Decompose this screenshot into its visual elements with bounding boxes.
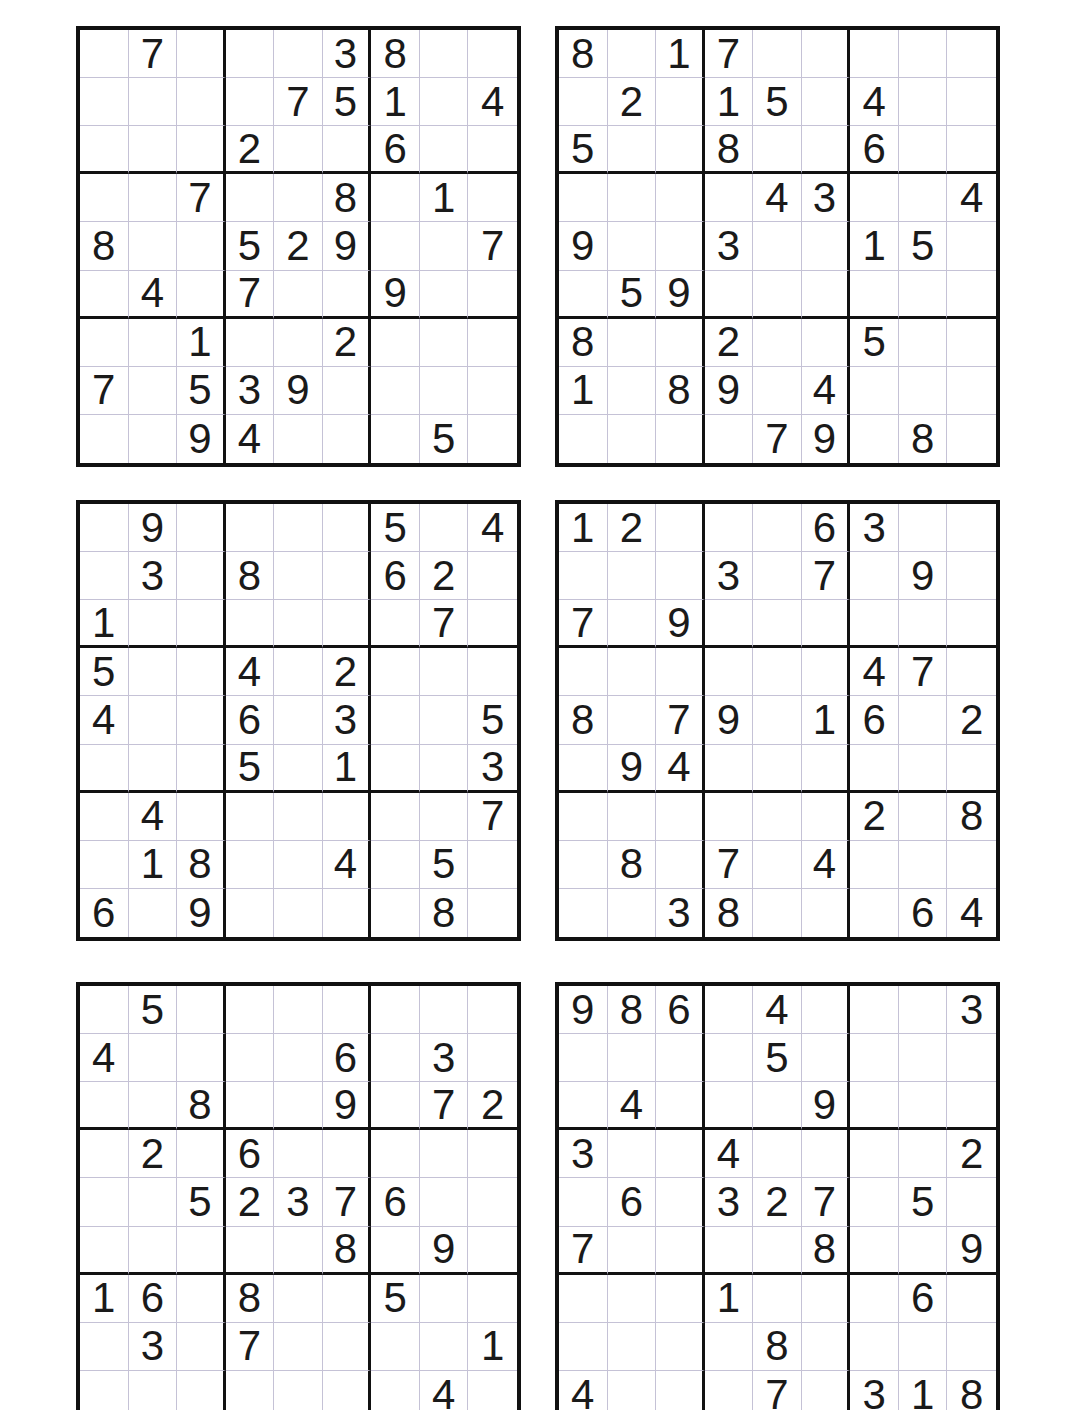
sudoku-cell-r8c6	[323, 367, 372, 415]
sudoku-cell-r2c6	[323, 552, 372, 600]
sudoku-cell-r2c7: 1	[371, 78, 420, 126]
sudoku-cell-r1c5	[274, 30, 323, 78]
sudoku-cell-r5c1: 4	[80, 696, 129, 744]
sudoku-cell-r2c7	[850, 1034, 899, 1082]
sudoku-cell-r5c9: 7	[468, 222, 517, 270]
sudoku-cell-r1c5	[274, 504, 323, 552]
sudoku-cell-r2c3	[177, 552, 226, 600]
sudoku-cell-r7c8	[420, 793, 469, 841]
sudoku-cell-r8c9	[947, 1323, 996, 1371]
sudoku-cell-r4c3: 7	[177, 174, 226, 222]
sudoku-cell-r6c8	[420, 745, 469, 793]
sudoku-cell-r6c1	[80, 1227, 129, 1275]
sudoku-cell-r8c2	[608, 367, 657, 415]
sudoku-cell-r2c3	[656, 78, 705, 126]
sudoku-cell-r5c2	[608, 222, 657, 270]
sudoku-cell-r7c4: 1	[705, 1275, 754, 1323]
sudoku-cell-r3c4: 2	[226, 126, 275, 174]
sudoku-cell-r7c1	[559, 793, 608, 841]
sudoku-cell-r8c8: 5	[420, 841, 469, 889]
sudoku-cell-r7c5	[274, 319, 323, 367]
sudoku-cell-r9c2	[608, 415, 657, 463]
sudoku-cell-r8c4	[226, 841, 275, 889]
sudoku-cell-r4c1	[559, 174, 608, 222]
sudoku-cell-r5c4: 3	[705, 222, 754, 270]
sudoku-cell-r8c6: 4	[802, 841, 851, 889]
sudoku-cell-r3c4	[226, 600, 275, 648]
sudoku-cell-r6c3: 4	[656, 745, 705, 793]
sudoku-cell-r1c9	[947, 504, 996, 552]
sudoku-cell-r7c3	[656, 319, 705, 367]
sudoku-cell-r6c6: 8	[323, 1227, 372, 1275]
sudoku-cell-r9c7	[371, 1371, 420, 1410]
sudoku-cell-r1c4	[226, 30, 275, 78]
sudoku-cell-r4c4	[226, 174, 275, 222]
sudoku-cell-r4c5	[753, 1130, 802, 1178]
sudoku-cell-r8c1	[80, 1323, 129, 1371]
sudoku-cell-r8c9	[947, 841, 996, 889]
sudoku-cell-r5c4: 9	[705, 696, 754, 744]
sudoku-cell-r4c3	[177, 1130, 226, 1178]
sudoku-cell-r6c9: 9	[947, 1227, 996, 1275]
sudoku-cell-r9c5: 7	[753, 415, 802, 463]
sudoku-cell-r2c7: 6	[371, 552, 420, 600]
sudoku-cell-r3c3	[177, 126, 226, 174]
sudoku-cell-r5c6: 7	[323, 1178, 372, 1226]
sudoku-cell-r4c7: 4	[850, 648, 899, 696]
sudoku-cell-r8c9	[468, 367, 517, 415]
sudoku-cell-r7c5	[274, 1275, 323, 1323]
sudoku-cell-r1c4	[226, 986, 275, 1034]
sudoku-cell-r5c9	[947, 222, 996, 270]
sudoku-cell-r7c6	[323, 1275, 372, 1323]
sudoku-cell-r3c2	[129, 126, 178, 174]
sudoku-cell-r4c4: 4	[705, 1130, 754, 1178]
sudoku-cell-r9c4: 8	[705, 889, 754, 937]
sudoku-cell-r4c3	[177, 648, 226, 696]
sudoku-cell-r1c1	[80, 504, 129, 552]
sudoku-cell-r9c3: 3	[656, 889, 705, 937]
sudoku-cell-r7c7: 5	[850, 319, 899, 367]
sudoku-cell-r7c3	[656, 793, 705, 841]
sudoku-cell-r7c2	[608, 1275, 657, 1323]
sudoku-cell-r2c9	[947, 552, 996, 600]
sudoku-cell-r5c5: 3	[274, 1178, 323, 1226]
sudoku-cell-r7c2	[608, 319, 657, 367]
sudoku-cell-r6c2: 4	[129, 271, 178, 319]
sudoku-cell-r3c7	[371, 600, 420, 648]
sudoku-cell-r7c1: 1	[80, 1275, 129, 1323]
sudoku-cell-r7c9	[468, 319, 517, 367]
sudoku-cell-r2c9	[468, 552, 517, 600]
sudoku-cell-r5c2	[129, 1178, 178, 1226]
sudoku-cell-r4c7	[371, 648, 420, 696]
sudoku-cell-r6c8	[899, 1227, 948, 1275]
sudoku-cell-r6c6	[802, 745, 851, 793]
sudoku-cell-r3c4	[226, 1082, 275, 1130]
sudoku-cell-r4c5	[274, 1130, 323, 1178]
sudoku-cell-r7c6	[802, 319, 851, 367]
sudoku-cell-r6c6	[802, 271, 851, 319]
sudoku-cell-r6c4	[705, 745, 754, 793]
sudoku-cell-r1c2: 5	[129, 986, 178, 1034]
sudoku-cell-r5c8	[420, 1178, 469, 1226]
sudoku-cell-r9c1	[559, 415, 608, 463]
sudoku-cell-r9c4	[226, 1371, 275, 1410]
sudoku-cell-r8c4: 3	[226, 367, 275, 415]
sudoku-cell-r9c4	[705, 1371, 754, 1410]
sudoku-cell-r9c5: 7	[753, 1371, 802, 1410]
sudoku-cell-r8c2: 8	[608, 841, 657, 889]
sudoku-cell-r8c7	[850, 367, 899, 415]
sudoku-cell-r3c6	[802, 126, 851, 174]
sudoku-cell-r3c1: 1	[80, 600, 129, 648]
sudoku-cell-r8c1: 7	[80, 367, 129, 415]
sudoku-cell-r3c1: 5	[559, 126, 608, 174]
sudoku-cell-r5c6: 7	[802, 1178, 851, 1226]
sudoku-cell-r9c3	[656, 415, 705, 463]
sudoku-cell-r6c9	[947, 745, 996, 793]
sudoku-cell-r2c5: 7	[274, 78, 323, 126]
sudoku-cell-r1c1: 9	[559, 986, 608, 1034]
sudoku-cell-r8c9	[468, 841, 517, 889]
sudoku-cell-r5c7	[371, 222, 420, 270]
sudoku-cell-r4c7	[850, 174, 899, 222]
sudoku-cell-r2c4: 8	[226, 552, 275, 600]
sudoku-cell-r2c6	[802, 1034, 851, 1082]
sudoku-cell-r5c8: 5	[899, 1178, 948, 1226]
sudoku-cell-r4c5: 4	[753, 174, 802, 222]
sudoku-cell-r1c5	[753, 30, 802, 78]
sudoku-cell-r2c1	[559, 78, 608, 126]
sudoku-cell-r4c3	[656, 648, 705, 696]
sudoku-cell-r4c8: 7	[899, 648, 948, 696]
sudoku-cell-r7c1	[80, 319, 129, 367]
sudoku-cell-r7c7: 2	[850, 793, 899, 841]
sudoku-cell-r9c2	[608, 889, 657, 937]
sudoku-cell-r2c2: 3	[129, 552, 178, 600]
sudoku-board-5: 5463897226523768916853714	[76, 982, 521, 1410]
sudoku-cell-r1c8	[420, 986, 469, 1034]
sudoku-cell-r3c2	[608, 126, 657, 174]
sudoku-cell-r2c8	[420, 78, 469, 126]
sudoku-board-4: 1263379794787916294288743864	[555, 500, 1000, 941]
sudoku-cell-r1c4	[705, 986, 754, 1034]
sudoku-cell-r3c7: 6	[371, 126, 420, 174]
sudoku-cell-r3c2: 4	[608, 1082, 657, 1130]
sudoku-cell-r6c4	[226, 1227, 275, 1275]
sudoku-cell-r6c8: 9	[420, 1227, 469, 1275]
sudoku-cell-r9c1	[80, 1371, 129, 1410]
sudoku-cell-r2c5: 5	[753, 1034, 802, 1082]
sudoku-cell-r2c3	[656, 552, 705, 600]
sudoku-cell-r8c2: 1	[129, 841, 178, 889]
sudoku-cell-r6c4	[705, 271, 754, 319]
sudoku-cell-r2c7: 4	[850, 78, 899, 126]
sudoku-cell-r9c5	[753, 889, 802, 937]
sudoku-cell-r1c8	[420, 504, 469, 552]
sudoku-cell-r1c2: 8	[608, 986, 657, 1034]
sudoku-cell-r6c2	[129, 1227, 178, 1275]
sudoku-cell-r1c3	[177, 30, 226, 78]
sudoku-cell-r4c7	[371, 174, 420, 222]
sudoku-cell-r5c7	[371, 696, 420, 744]
sudoku-cell-r5c1: 9	[559, 222, 608, 270]
sudoku-cell-r7c6	[802, 1275, 851, 1323]
sudoku-cell-r1c9: 3	[947, 986, 996, 1034]
sudoku-cell-r7c9	[947, 319, 996, 367]
sudoku-cell-r5c1	[559, 1178, 608, 1226]
sudoku-cell-r9c2	[129, 889, 178, 937]
sudoku-cell-r4c8	[420, 1130, 469, 1178]
sudoku-cell-r9c3: 9	[177, 889, 226, 937]
sudoku-cell-r5c4: 5	[226, 222, 275, 270]
sudoku-cell-r5c1	[80, 1178, 129, 1226]
sudoku-cell-r3c7	[850, 600, 899, 648]
sudoku-cell-r3c9: 2	[468, 1082, 517, 1130]
sudoku-cell-r8c7	[850, 1323, 899, 1371]
sudoku-cell-r4c6: 3	[802, 174, 851, 222]
sudoku-cell-r3c8	[899, 600, 948, 648]
sudoku-cell-r6c2	[129, 745, 178, 793]
sudoku-cell-r9c7	[850, 415, 899, 463]
sudoku-cell-r6c5	[753, 1227, 802, 1275]
sudoku-cell-r8c5: 9	[274, 367, 323, 415]
sudoku-cell-r3c8: 7	[420, 1082, 469, 1130]
sudoku-cell-r8c8	[420, 1323, 469, 1371]
sudoku-cell-r3c6: 9	[802, 1082, 851, 1130]
sudoku-cell-r4c1	[80, 1130, 129, 1178]
sudoku-cell-r2c8	[899, 78, 948, 126]
sudoku-cell-r3c2	[608, 600, 657, 648]
sudoku-sheet: 73875142678185297479127539945 8172154586…	[0, 0, 1080, 1410]
sudoku-cell-r7c9	[947, 1275, 996, 1323]
sudoku-cell-r4c7	[371, 1130, 420, 1178]
sudoku-board-2: 81721545864349315598251894798	[555, 26, 1000, 467]
sudoku-cell-r6c1	[559, 745, 608, 793]
sudoku-cell-r1c9	[468, 986, 517, 1034]
sudoku-cell-r1c7	[850, 30, 899, 78]
sudoku-cell-r8c2: 3	[129, 1323, 178, 1371]
sudoku-cell-r5c8	[420, 696, 469, 744]
sudoku-cell-r5c4: 6	[226, 696, 275, 744]
sudoku-cell-r7c1: 8	[559, 319, 608, 367]
sudoku-cell-r2c5	[753, 552, 802, 600]
sudoku-board-1: 73875142678185297479127539945	[76, 26, 521, 467]
sudoku-cell-r7c2	[608, 793, 657, 841]
sudoku-cell-r2c4	[226, 78, 275, 126]
sudoku-cell-r6c5	[753, 745, 802, 793]
sudoku-cell-r2c7	[371, 1034, 420, 1082]
sudoku-cell-r3c2	[129, 1082, 178, 1130]
sudoku-cell-r5c4: 2	[226, 1178, 275, 1226]
sudoku-cell-r9c9: 4	[947, 889, 996, 937]
sudoku-cell-r1c7	[850, 986, 899, 1034]
sudoku-cell-r5c3	[177, 696, 226, 744]
sudoku-cell-r9c4	[226, 889, 275, 937]
sudoku-cell-r1c1	[80, 30, 129, 78]
sudoku-cell-r7c6: 2	[323, 319, 372, 367]
sudoku-cell-r9c6	[323, 415, 372, 463]
sudoku-cell-r8c6	[802, 1323, 851, 1371]
sudoku-cell-r3c3	[177, 600, 226, 648]
sudoku-cell-r4c6: 8	[323, 174, 372, 222]
sudoku-cell-r2c1	[80, 552, 129, 600]
sudoku-cell-r9c3	[656, 1371, 705, 1410]
sudoku-cell-r5c6	[802, 222, 851, 270]
sudoku-cell-r8c8	[899, 841, 948, 889]
sudoku-cell-r9c5	[274, 415, 323, 463]
sudoku-cell-r9c8: 8	[420, 889, 469, 937]
sudoku-cell-r9c4	[705, 415, 754, 463]
sudoku-cell-r4c4	[705, 174, 754, 222]
sudoku-cell-r9c6	[802, 1371, 851, 1410]
sudoku-cell-r4c8: 1	[420, 174, 469, 222]
sudoku-cell-r1c8	[420, 30, 469, 78]
sudoku-cell-r9c1	[559, 889, 608, 937]
sudoku-cell-r9c9	[468, 1371, 517, 1410]
sudoku-cell-r9c6	[802, 889, 851, 937]
sudoku-cell-r1c2: 7	[129, 30, 178, 78]
sudoku-cell-r9c6: 9	[802, 415, 851, 463]
sudoku-cell-r5c5: 2	[274, 222, 323, 270]
sudoku-cell-r4c8	[899, 174, 948, 222]
sudoku-cell-r6c3	[656, 1227, 705, 1275]
sudoku-cell-r1c4: 7	[705, 30, 754, 78]
sudoku-cell-r3c9	[947, 1082, 996, 1130]
sudoku-cell-r4c3	[656, 174, 705, 222]
sudoku-cell-r6c5	[274, 745, 323, 793]
sudoku-cell-r3c9	[947, 126, 996, 174]
sudoku-cell-r9c2	[608, 1371, 657, 1410]
sudoku-cell-r5c3	[177, 222, 226, 270]
sudoku-cell-r5c7: 6	[850, 696, 899, 744]
sudoku-cell-r8c5	[274, 1323, 323, 1371]
sudoku-cell-r2c1	[559, 1034, 608, 1082]
sudoku-cell-r6c8	[899, 271, 948, 319]
sudoku-cell-r3c4: 8	[705, 126, 754, 174]
sudoku-cell-r4c6	[323, 1130, 372, 1178]
sudoku-cell-r3c9	[947, 600, 996, 648]
sudoku-cell-r8c1	[559, 841, 608, 889]
sudoku-cell-r3c2	[129, 600, 178, 648]
sudoku-cell-r6c1	[80, 745, 129, 793]
sudoku-cell-r5c5	[753, 696, 802, 744]
sudoku-cell-r2c5: 5	[753, 78, 802, 126]
sudoku-cell-r8c7	[371, 1323, 420, 1371]
sudoku-cell-r7c8	[899, 319, 948, 367]
sudoku-cell-r3c6	[323, 126, 372, 174]
sudoku-cell-r4c1: 5	[80, 648, 129, 696]
sudoku-cell-r7c2: 6	[129, 1275, 178, 1323]
sudoku-cell-r1c9	[947, 30, 996, 78]
sudoku-cell-r5c5: 2	[753, 1178, 802, 1226]
sudoku-cell-r4c6: 2	[323, 648, 372, 696]
sudoku-cell-r1c5	[753, 504, 802, 552]
sudoku-cell-r3c7	[850, 1082, 899, 1130]
sudoku-cell-r1c9: 4	[468, 504, 517, 552]
sudoku-cell-r3c8	[899, 126, 948, 174]
sudoku-cell-r7c3: 1	[177, 319, 226, 367]
sudoku-cell-r3c6	[323, 600, 372, 648]
sudoku-cell-r4c2	[129, 174, 178, 222]
sudoku-cell-r5c8	[420, 222, 469, 270]
sudoku-cell-r7c4: 2	[705, 319, 754, 367]
sudoku-cell-r4c9: 4	[947, 174, 996, 222]
sudoku-cell-r8c5	[753, 841, 802, 889]
sudoku-cell-r4c2	[608, 648, 657, 696]
sudoku-cell-r5c2: 6	[608, 1178, 657, 1226]
sudoku-cell-r1c4	[226, 504, 275, 552]
sudoku-cell-r2c8	[899, 1034, 948, 1082]
sudoku-cell-r2c9	[947, 78, 996, 126]
sudoku-cell-r5c2	[608, 696, 657, 744]
sudoku-cell-r4c4: 6	[226, 1130, 275, 1178]
sudoku-cell-r4c2	[129, 648, 178, 696]
sudoku-cell-r9c1: 6	[80, 889, 129, 937]
sudoku-cell-r7c3	[656, 1275, 705, 1323]
sudoku-cell-r8c8	[899, 1323, 948, 1371]
sudoku-cell-r6c3: 9	[656, 271, 705, 319]
sudoku-cell-r7c7	[371, 793, 420, 841]
sudoku-cell-r7c4: 8	[226, 1275, 275, 1323]
sudoku-cell-r4c2: 2	[129, 1130, 178, 1178]
sudoku-cell-r8c5	[753, 367, 802, 415]
sudoku-cell-r5c8	[899, 696, 948, 744]
sudoku-cell-r1c3	[656, 504, 705, 552]
sudoku-cell-r8c7	[371, 367, 420, 415]
sudoku-cell-r9c8: 4	[420, 1371, 469, 1410]
sudoku-cell-r6c5	[753, 271, 802, 319]
sudoku-cell-r8c1: 1	[559, 367, 608, 415]
sudoku-cell-r1c7: 5	[371, 504, 420, 552]
sudoku-cell-r1c6: 6	[802, 504, 851, 552]
sudoku-cell-r1c4	[705, 504, 754, 552]
sudoku-cell-r3c7	[371, 1082, 420, 1130]
sudoku-cell-r5c4: 3	[705, 1178, 754, 1226]
sudoku-cell-r3c8	[899, 1082, 948, 1130]
sudoku-cell-r5c9: 5	[468, 696, 517, 744]
sudoku-cell-r2c3	[177, 1034, 226, 1082]
sudoku-cell-r4c9: 2	[947, 1130, 996, 1178]
sudoku-cell-r9c8: 8	[899, 415, 948, 463]
sudoku-cell-r2c8: 9	[899, 552, 948, 600]
sudoku-cell-r8c2	[129, 367, 178, 415]
sudoku-cell-r4c5	[274, 174, 323, 222]
sudoku-cell-r9c8: 5	[420, 415, 469, 463]
sudoku-cell-r6c7: 9	[371, 271, 420, 319]
sudoku-cell-r8c6: 4	[323, 841, 372, 889]
sudoku-cell-r3c8	[420, 126, 469, 174]
sudoku-cell-r1c7: 8	[371, 30, 420, 78]
sudoku-cell-r9c9	[947, 415, 996, 463]
sudoku-cell-r2c6: 6	[323, 1034, 372, 1082]
sudoku-cell-r9c5	[274, 1371, 323, 1410]
sudoku-cell-r1c2	[608, 30, 657, 78]
sudoku-cell-r2c2	[608, 552, 657, 600]
sudoku-cell-r7c8	[899, 793, 948, 841]
sudoku-cell-r3c3	[656, 1082, 705, 1130]
sudoku-cell-r1c1: 1	[559, 504, 608, 552]
sudoku-cell-r3c5	[753, 126, 802, 174]
sudoku-cell-r5c1: 8	[80, 222, 129, 270]
sudoku-cell-r5c7: 1	[850, 222, 899, 270]
sudoku-cell-r1c2: 2	[608, 504, 657, 552]
sudoku-cell-r1c6	[802, 986, 851, 1034]
sudoku-cell-r4c1	[80, 174, 129, 222]
sudoku-cell-r2c8: 2	[420, 552, 469, 600]
sudoku-cell-r3c4	[705, 1082, 754, 1130]
